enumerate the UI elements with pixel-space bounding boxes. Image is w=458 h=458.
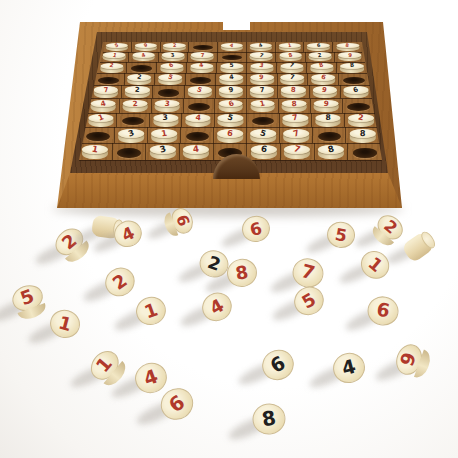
cell-r9c3[interactable]: 3 xyxy=(146,143,180,160)
board-peg[interactable]: 3 xyxy=(250,61,273,72)
peg-face: 8 xyxy=(250,401,288,437)
peg-top: 6 xyxy=(344,86,369,93)
board-peg[interactable]: 3 xyxy=(118,127,144,143)
cell-r9c7[interactable]: 7 xyxy=(281,143,315,160)
cell-r8c8[interactable] xyxy=(313,127,346,143)
loose-peg[interactable]: 2 xyxy=(100,262,141,302)
peg-face: 4 xyxy=(197,287,237,326)
peg-top: 6 xyxy=(160,63,183,69)
board-peg[interactable]: 6 xyxy=(218,98,243,112)
loose-peg[interactable]: 8 xyxy=(250,401,288,437)
peg-digit: 9 xyxy=(260,74,265,80)
peg-top: 7 xyxy=(284,129,310,138)
peg-digit: 3 xyxy=(164,100,170,108)
board-peg[interactable]: 2 xyxy=(163,42,185,52)
board-peg[interactable]: 7 xyxy=(94,85,118,98)
peg-digit: 8 xyxy=(288,52,293,58)
cell-r1c1[interactable]: 5 xyxy=(103,42,132,52)
cell-r9c9[interactable] xyxy=(348,143,382,160)
cell-r1c9[interactable]: 8 xyxy=(333,42,362,52)
peg-digit: 1 xyxy=(161,129,168,138)
peg-top: 9 xyxy=(338,52,362,58)
cell-r8c6[interactable]: 5 xyxy=(247,127,280,143)
board-peg[interactable]: 2 xyxy=(348,112,374,127)
peg-digit: 4 xyxy=(229,74,234,81)
cell-r6c9[interactable] xyxy=(343,99,375,113)
peg-top: 1 xyxy=(88,114,113,122)
peg-top: 8 xyxy=(340,63,364,69)
loose-peg[interactable]: 2 xyxy=(368,210,407,249)
cell-r8c2[interactable]: 3 xyxy=(115,127,148,143)
board-peg[interactable]: 9 xyxy=(219,85,243,98)
loose-peg[interactable]: 4 xyxy=(197,287,237,326)
loose-peg[interactable]: 1 xyxy=(355,245,395,285)
sudoku-board: 5924416814377829264537882549767259789642… xyxy=(57,16,402,210)
board-peg[interactable]: 9 xyxy=(338,51,362,61)
peg-digit: 5 xyxy=(229,63,233,69)
board-peg[interactable]: 3 xyxy=(150,143,176,160)
peg-top: 2 xyxy=(125,86,149,93)
board-peg[interactable]: 6 xyxy=(160,61,183,72)
cell-r2c6[interactable]: 7 xyxy=(247,52,276,62)
cell-r6c1[interactable]: 4 xyxy=(88,99,120,113)
cell-r4c3[interactable]: 5 xyxy=(155,73,186,85)
cell-r4c4[interactable] xyxy=(186,73,217,85)
board-peg[interactable]: 8 xyxy=(315,112,340,127)
peg-hole xyxy=(98,77,119,84)
board-peg[interactable]: 4 xyxy=(185,112,210,127)
peg-face: 5 xyxy=(325,220,357,251)
board-peg[interactable]: 9 xyxy=(313,85,337,98)
board-peg[interactable]: 6 xyxy=(307,42,329,52)
cell-r2c4[interactable]: 7 xyxy=(188,52,217,62)
board-peg[interactable]: 8 xyxy=(282,98,307,112)
cell-r8c3[interactable]: 1 xyxy=(148,127,181,143)
peg-top: 8 xyxy=(281,86,305,93)
peg-digit: 6 xyxy=(166,392,189,416)
board-peg[interactable]: 5 xyxy=(220,61,243,72)
peg-digit: 9 xyxy=(228,86,234,94)
board-peg[interactable]: 7 xyxy=(284,127,310,143)
board-peg[interactable]: 6 xyxy=(217,127,243,143)
peg-digit: 4 xyxy=(340,357,358,379)
peg-digit: 2 xyxy=(135,87,140,94)
board-peg[interactable]: 1 xyxy=(88,112,113,127)
peg-top: 9 xyxy=(313,86,337,93)
cell-r5c8[interactable]: 9 xyxy=(310,85,341,98)
cell-r5c2[interactable]: 2 xyxy=(122,85,153,98)
peg-top: 4 xyxy=(185,114,210,122)
cell-r6c6[interactable]: 1 xyxy=(247,99,279,113)
peg-top: 2 xyxy=(309,52,332,58)
peg-digit: 1 xyxy=(112,52,117,58)
peg-face: 8 xyxy=(225,257,259,290)
peg-digit: 5 xyxy=(167,74,173,81)
peg-digit: 8 xyxy=(319,63,325,70)
peg-top: 8 xyxy=(279,52,302,58)
peg-top: 1 xyxy=(103,52,126,58)
board-peg[interactable]: 8 xyxy=(310,61,333,72)
peg-top: 5 xyxy=(188,86,212,93)
cell-r4c9[interactable] xyxy=(339,73,370,85)
cell-r2c5[interactable] xyxy=(218,52,247,62)
board-peg[interactable]: 6 xyxy=(344,85,369,98)
peg-top: 6 xyxy=(218,100,243,108)
board-peg[interactable]: 4 xyxy=(183,143,209,160)
board-peg[interactable]: 8 xyxy=(281,85,305,98)
peg-digit: 7 xyxy=(200,52,204,58)
peg-digit: 6 xyxy=(320,74,326,81)
cell-r9c2[interactable] xyxy=(113,143,147,160)
board-peg[interactable]: 4 xyxy=(250,42,272,52)
peg-top: 7 xyxy=(250,52,273,58)
peg-digit: 2 xyxy=(358,114,364,122)
peg-digit: 4 xyxy=(141,367,160,390)
peg-digit: 8 xyxy=(291,87,296,94)
peg-digit: 2 xyxy=(318,52,323,58)
peg-top: 7 xyxy=(250,86,274,93)
peg-digit: 6 xyxy=(316,43,320,48)
peg-digit: 1 xyxy=(287,43,291,49)
peg-hole xyxy=(186,132,209,141)
peg-face: 5 xyxy=(289,281,329,320)
cell-r5c5[interactable]: 9 xyxy=(216,85,247,98)
peg-hole xyxy=(190,77,211,84)
board-peg[interactable]: 8 xyxy=(350,127,376,143)
cell-r5c4[interactable]: 5 xyxy=(185,85,216,98)
peg-digit: 4 xyxy=(207,296,227,318)
peg-digit: 6 xyxy=(353,86,360,94)
cell-r3c9[interactable]: 8 xyxy=(337,62,367,73)
cell-r9c4[interactable]: 4 xyxy=(180,143,214,160)
peg-digit: 7 xyxy=(292,114,299,123)
peg-digit: 1 xyxy=(142,300,160,321)
peg-digit: 8 xyxy=(260,408,277,430)
peg-digit: 1 xyxy=(365,254,385,275)
cell-r2c8[interactable]: 2 xyxy=(306,52,335,62)
peg-digit: 5 xyxy=(334,226,348,245)
cell-r2c9[interactable]: 9 xyxy=(335,52,364,62)
peg-digit: 6 xyxy=(173,213,191,229)
peg-hole xyxy=(131,65,152,71)
peg-top: 1 xyxy=(250,100,275,108)
peg-top: 5 xyxy=(220,63,243,69)
cell-r4c5[interactable]: 4 xyxy=(216,73,247,85)
peg-digit: 7 xyxy=(259,52,264,58)
peg-digit: 4 xyxy=(100,99,107,107)
board-peg[interactable]: 1 xyxy=(151,127,177,143)
board-peg[interactable]: 7 xyxy=(283,112,308,127)
peg-digit: 3 xyxy=(259,63,264,69)
peg-digit: 7 xyxy=(260,87,265,94)
board-peg[interactable]: 7 xyxy=(284,143,310,160)
peg-digit: 1 xyxy=(92,144,100,154)
peg-hole xyxy=(343,77,365,84)
board-peg[interactable]: 3 xyxy=(155,98,180,112)
cell-r6c2[interactable]: 2 xyxy=(120,99,152,113)
board-peg[interactable]: 4 xyxy=(221,42,243,52)
board-peg[interactable]: 7 xyxy=(191,51,214,61)
peg-digit: 5 xyxy=(299,290,319,312)
board-peg[interactable]: 4 xyxy=(219,73,243,85)
cell-r1c3[interactable]: 2 xyxy=(161,42,190,52)
peg-digit: 3 xyxy=(163,114,169,122)
peg-digit: 4 xyxy=(258,43,263,49)
cell-r8c7[interactable]: 7 xyxy=(280,127,313,143)
cell-r3c3[interactable]: 6 xyxy=(157,62,187,73)
loose-peg[interactable]: 6 xyxy=(239,213,273,246)
cell-r1c2[interactable]: 9 xyxy=(132,42,161,52)
board-peg[interactable]: 5 xyxy=(106,42,128,52)
peg-top: 1 xyxy=(151,129,177,138)
peg-face: 6 xyxy=(365,294,401,328)
board-peg[interactable]: 4 xyxy=(132,51,155,61)
cell-r3c2[interactable] xyxy=(127,62,157,73)
cell-r7c3[interactable]: 3 xyxy=(150,113,182,128)
peg-top: 9 xyxy=(219,86,243,93)
peg-digit: 2 xyxy=(173,43,177,48)
peg-hole xyxy=(347,103,370,111)
board-peg[interactable]: 3 xyxy=(153,112,178,127)
board-peg[interactable]: 7 xyxy=(280,61,303,72)
board-peg[interactable]: 4 xyxy=(190,61,213,72)
board-peg[interactable]: 2 xyxy=(309,51,332,61)
peg-top: 8 xyxy=(315,114,340,122)
cell-r1c5[interactable]: 4 xyxy=(218,42,247,52)
board-peg[interactable]: 8 xyxy=(336,42,359,52)
peg-digit: 7 xyxy=(292,128,300,138)
peg-digit: 9 xyxy=(322,86,328,94)
cell-r3c6[interactable]: 3 xyxy=(247,62,277,73)
cell-r6c7[interactable]: 8 xyxy=(279,99,311,113)
cell-r5c3[interactable] xyxy=(153,85,184,98)
peg-digit: 8 xyxy=(327,144,335,154)
board-peg[interactable]: 5 xyxy=(158,73,182,85)
peg-digit: 5 xyxy=(259,128,267,138)
board-peg[interactable]: 1 xyxy=(250,98,275,112)
cell-r4c6[interactable]: 9 xyxy=(247,73,278,85)
peg-digit: 4 xyxy=(230,43,235,49)
board-peg[interactable]: 2 xyxy=(100,61,123,72)
peg-digit: 8 xyxy=(346,43,350,48)
peg-digit: 6 xyxy=(169,63,175,70)
peg-digit: 7 xyxy=(103,86,108,93)
board-peg[interactable]: 5 xyxy=(218,112,243,127)
peg-top: 7 xyxy=(191,52,214,58)
cell-r9c6[interactable]: 6 xyxy=(247,143,281,160)
cell-r4c8[interactable]: 6 xyxy=(308,73,339,85)
peg-top: 7 xyxy=(94,86,118,93)
peg-digit: 6 xyxy=(248,219,264,238)
peg-hole xyxy=(122,117,145,125)
peg-hole xyxy=(222,55,242,61)
cell-r8c5[interactable]: 6 xyxy=(214,127,247,143)
cell-r6c8[interactable]: 9 xyxy=(311,99,343,113)
cell-r7c5[interactable]: 5 xyxy=(215,113,247,128)
cell-r4c1[interactable] xyxy=(94,73,125,85)
peg-digit: 1 xyxy=(259,99,265,107)
board-peg[interactable]: 9 xyxy=(135,42,157,52)
board-peg[interactable]: 7 xyxy=(250,85,274,98)
peg-top: 4 xyxy=(132,52,155,58)
cell-r6c5[interactable]: 6 xyxy=(215,99,247,113)
peg-digit: 3 xyxy=(171,52,176,58)
peg-hole xyxy=(117,148,141,157)
cell-r1c6[interactable]: 4 xyxy=(247,42,276,52)
peg-top: 8 xyxy=(282,100,307,108)
peg-face: 2 xyxy=(100,262,141,302)
cell-r2c3[interactable]: 3 xyxy=(159,52,188,62)
peg-digit: 6 xyxy=(375,301,391,322)
cell-r6c3[interactable]: 3 xyxy=(152,99,184,113)
peg-digit: 8 xyxy=(325,114,331,122)
cell-r3c5[interactable]: 5 xyxy=(217,62,247,73)
peg-digit: 6 xyxy=(227,129,234,138)
cell-r5c7[interactable]: 8 xyxy=(278,85,309,98)
peg-digit: 4 xyxy=(195,114,201,122)
peg-end-cap xyxy=(419,229,438,250)
board-peg[interactable]: 2 xyxy=(123,98,148,112)
board-peg[interactable]: 9 xyxy=(314,98,339,112)
peg-top: 8 xyxy=(310,63,333,69)
peg-top: 3 xyxy=(118,129,144,138)
board-peg[interactable]: 5 xyxy=(250,127,276,143)
loose-peg[interactable]: 6 xyxy=(257,344,300,386)
peg-top: 4 xyxy=(190,63,213,69)
peg-face: 6 xyxy=(239,213,273,246)
cell-r3c4[interactable]: 4 xyxy=(187,62,217,73)
cell-r9c1[interactable]: 1 xyxy=(79,143,113,160)
board-peg[interactable]: 4 xyxy=(91,98,116,112)
loose-peg[interactable]: 8 xyxy=(225,257,259,290)
board-peg[interactable]: 8 xyxy=(279,51,302,61)
peg-top: 2 xyxy=(123,100,148,108)
board-peg[interactable]: 6 xyxy=(311,73,335,85)
peg-digit: 3 xyxy=(127,128,135,138)
cell-r7c9[interactable]: 2 xyxy=(345,113,377,128)
peg-top: 2 xyxy=(348,114,374,122)
peg-digit: 2 xyxy=(137,74,142,81)
peg-digit: 9 xyxy=(323,100,329,108)
peg-hole xyxy=(318,132,341,141)
peg-face: 4 xyxy=(330,349,369,386)
peg-top: 6 xyxy=(217,129,243,138)
board-peg[interactable]: 7 xyxy=(281,73,305,85)
board-peg[interactable]: 3 xyxy=(162,51,185,61)
board-peg[interactable]: 1 xyxy=(82,143,108,160)
board-peg[interactable]: 7 xyxy=(250,51,273,61)
cell-r8c4[interactable] xyxy=(181,127,214,143)
peg-top: 3 xyxy=(250,63,273,69)
loose-peg[interactable]: 5 xyxy=(289,281,329,320)
cell-r2c7[interactable]: 8 xyxy=(276,52,305,62)
peg-top: 4 xyxy=(91,100,116,108)
peg-top: 8 xyxy=(350,129,376,138)
peg-digit: 9 xyxy=(143,43,147,49)
peg-digit: 7 xyxy=(289,63,295,70)
cell-r2c2[interactable]: 4 xyxy=(129,52,158,62)
board-peg[interactable]: 8 xyxy=(318,143,344,160)
board-peg[interactable]: 8 xyxy=(340,61,364,72)
peg-digit: 4 xyxy=(141,52,146,58)
peg-digit: 4 xyxy=(193,145,200,154)
cell-r1c7[interactable]: 1 xyxy=(276,42,305,52)
peg-digit: 5 xyxy=(114,43,119,49)
peg-digit: 1 xyxy=(57,314,74,335)
board-peg[interactable]: 6 xyxy=(251,143,277,160)
loose-peg[interactable]: 6 xyxy=(365,294,401,328)
peg-digit: 7 xyxy=(293,144,302,154)
peg-digit: 8 xyxy=(292,100,297,108)
peg-digit: 4 xyxy=(119,224,137,244)
board-peg[interactable]: 1 xyxy=(278,42,300,52)
cell-r3c7[interactable]: 7 xyxy=(277,62,307,73)
cell-r7c7[interactable]: 7 xyxy=(280,113,312,128)
peg-face: 6 xyxy=(257,344,300,386)
cell-r4c2[interactable]: 2 xyxy=(125,73,156,85)
cell-r7c6[interactable] xyxy=(247,113,279,128)
board-peg[interactable]: 2 xyxy=(125,85,149,98)
peg-digit: 2 xyxy=(205,254,222,274)
cell-r4c7[interactable]: 7 xyxy=(278,73,309,85)
cell-r8c1[interactable] xyxy=(82,127,115,143)
cell-r5c1[interactable]: 7 xyxy=(91,85,122,98)
board-peg[interactable]: 9 xyxy=(250,73,274,85)
loose-peg[interactable]: 5 xyxy=(325,220,357,251)
cell-r5c6[interactable]: 7 xyxy=(247,85,278,98)
peg-top: 3 xyxy=(162,52,185,58)
cell-r7c4[interactable]: 4 xyxy=(182,113,214,128)
peg-hole xyxy=(252,117,275,125)
photo-scene: { "game": "Sudoku — wooden travel board … xyxy=(0,0,458,458)
peg-face: 1 xyxy=(355,245,395,285)
cell-r2c1[interactable]: 1 xyxy=(100,52,129,62)
cell-r5c9[interactable]: 6 xyxy=(341,85,372,98)
peg-digit: 8 xyxy=(234,263,249,283)
cell-r9c8[interactable]: 8 xyxy=(315,143,349,160)
cell-r7c8[interactable]: 8 xyxy=(312,113,344,128)
loose-peg[interactable]: 9 xyxy=(392,341,434,382)
cell-r1c4[interactable] xyxy=(189,42,218,52)
peg-digit: 9 xyxy=(348,53,352,58)
peg-hole xyxy=(188,103,210,111)
cell-r3c1[interactable]: 2 xyxy=(97,62,127,73)
peg-hole xyxy=(353,148,377,157)
loose-peg[interactable]: 5 xyxy=(9,281,50,323)
peg-digit: 4 xyxy=(199,63,204,69)
peg-digit: 2 xyxy=(132,100,138,108)
peg-top: 2 xyxy=(100,63,123,69)
cell-r7c1[interactable]: 1 xyxy=(85,113,117,128)
peg-digit: 2 xyxy=(110,271,131,293)
loose-peg[interactable]: 4 xyxy=(330,349,369,386)
peg-digit: 8 xyxy=(360,129,366,137)
peg-digit: 6 xyxy=(227,99,234,108)
peg-digit: 3 xyxy=(159,144,167,154)
peg-digit: 1 xyxy=(97,113,105,122)
cell-r1c8[interactable]: 6 xyxy=(304,42,333,52)
cell-r7c2[interactable] xyxy=(117,113,149,128)
board-peg[interactable]: 1 xyxy=(103,51,126,61)
peg-hole xyxy=(86,132,109,141)
cell-r6c4[interactable] xyxy=(184,99,216,113)
board-peg[interactable]: 2 xyxy=(128,73,152,85)
peg-digit: 6 xyxy=(260,144,268,154)
peg-digit: 6 xyxy=(267,353,288,376)
peg-hole xyxy=(158,89,180,96)
board-peg[interactable]: 5 xyxy=(188,85,212,98)
cell-r8c9[interactable]: 8 xyxy=(346,127,379,143)
